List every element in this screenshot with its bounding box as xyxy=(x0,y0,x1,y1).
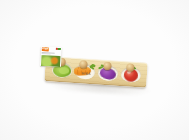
hang-tag: Viga xyxy=(40,46,62,67)
brand-logo: Viga xyxy=(42,47,49,51)
product-photo: VIGA Viga xyxy=(0,0,189,140)
carrot-greens-icon xyxy=(89,64,96,70)
slot-eggplant xyxy=(95,59,120,85)
slot-tomato xyxy=(118,61,143,87)
brand-stamp: VIGA xyxy=(82,72,91,76)
tag-green-mark-icon xyxy=(58,48,60,50)
tag-product-photo xyxy=(41,55,61,67)
